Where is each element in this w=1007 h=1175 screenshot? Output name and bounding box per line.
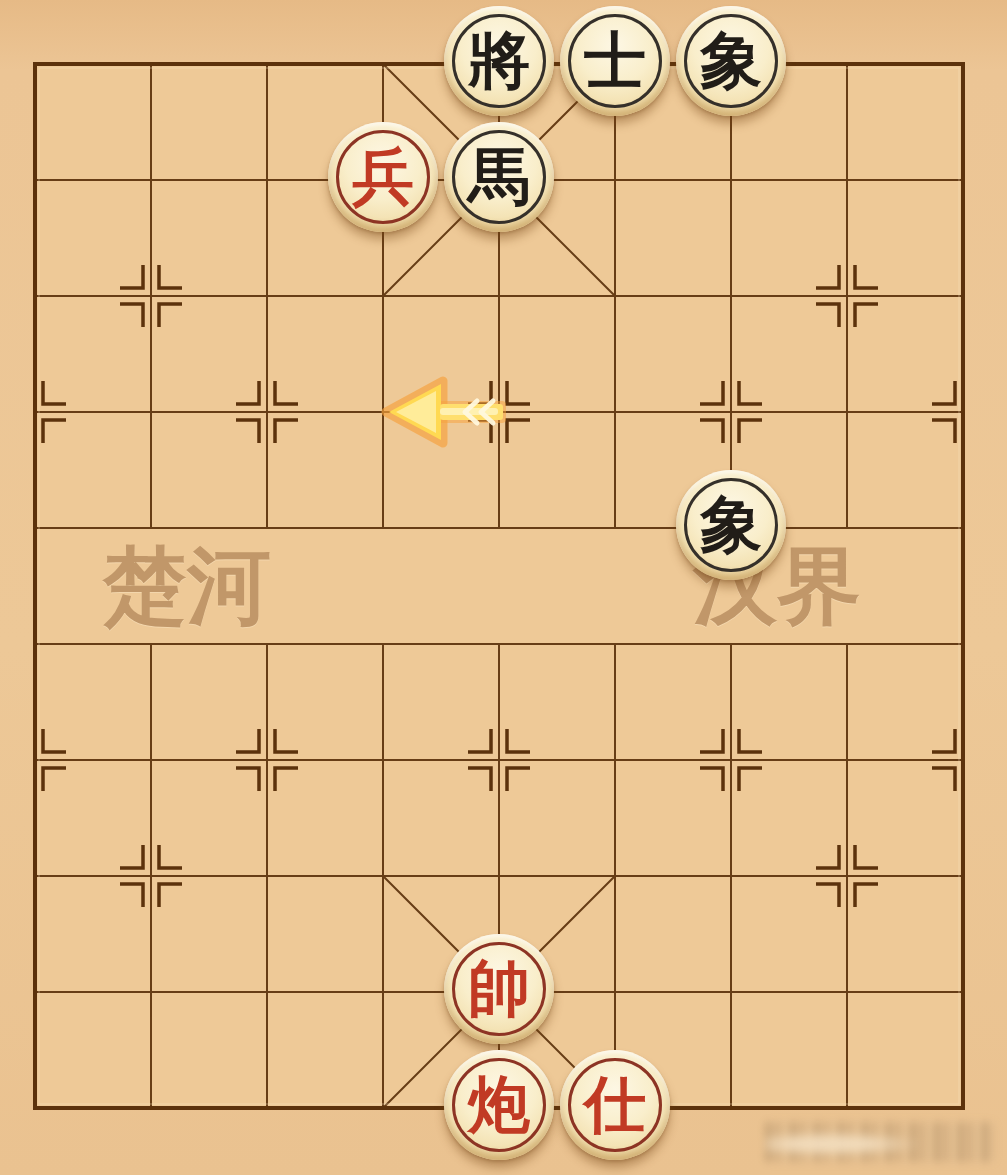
xiangqi-board: 楚河 汉界 將士象兵馬象帥炮仕 xyxy=(0,0,1007,1175)
piece-glyph: 仕 xyxy=(584,1074,646,1136)
red-soldier-piece[interactable]: 兵 xyxy=(328,122,438,232)
piece-glyph: 象 xyxy=(700,30,762,92)
piece-glyph: 兵 xyxy=(352,146,414,208)
red-general-piece[interactable]: 帥 xyxy=(444,934,554,1044)
piece-glyph: 帥 xyxy=(468,958,530,1020)
red-cannon-piece[interactable]: 炮 xyxy=(444,1050,554,1160)
red-advisor-piece[interactable]: 仕 xyxy=(560,1050,670,1160)
piece-glyph: 馬 xyxy=(468,146,530,208)
black-elephant-2-piece[interactable]: 象 xyxy=(676,470,786,580)
black-general-piece[interactable]: 將 xyxy=(444,6,554,116)
black-elephant-1-piece[interactable]: 象 xyxy=(676,6,786,116)
piece-glyph: 將 xyxy=(468,30,530,92)
piece-glyph: 士 xyxy=(584,30,646,92)
river-label-left: 楚河 xyxy=(103,541,271,633)
piece-glyph: 象 xyxy=(700,494,762,556)
watermark xyxy=(766,1122,994,1162)
black-advisor-piece[interactable]: 士 xyxy=(560,6,670,116)
black-horse-piece[interactable]: 馬 xyxy=(444,122,554,232)
piece-glyph: 炮 xyxy=(468,1074,530,1136)
